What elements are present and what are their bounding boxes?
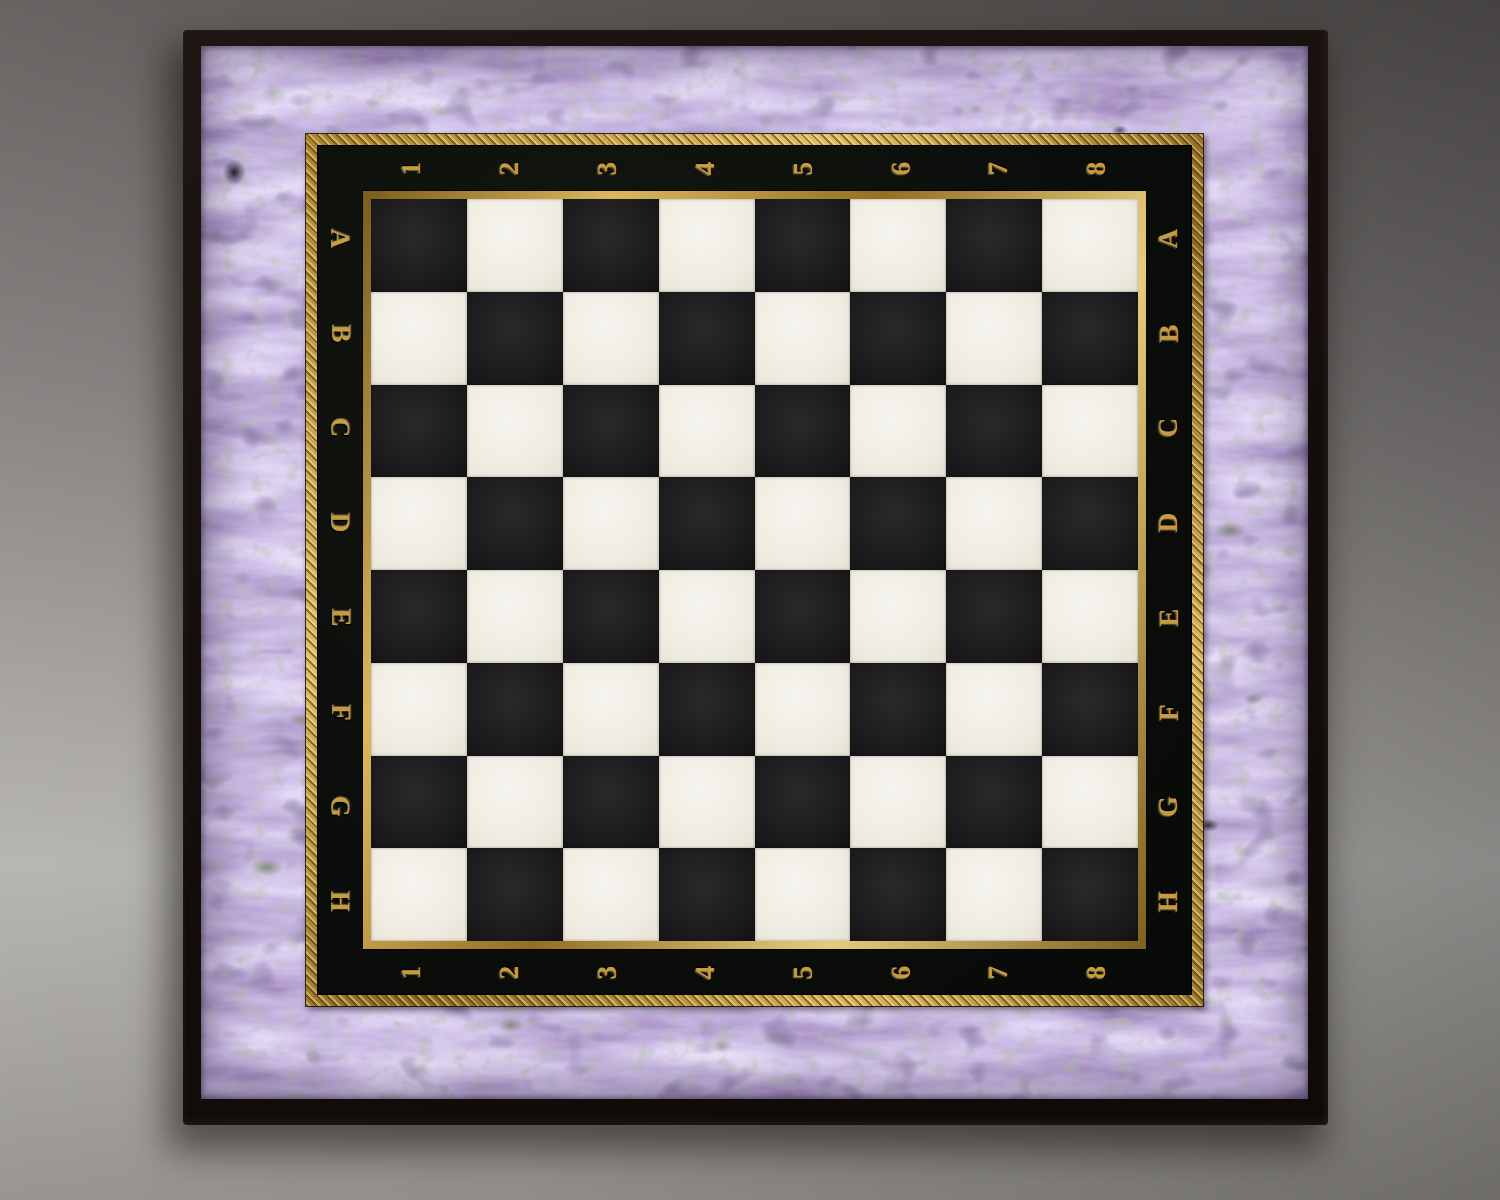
gold-bead-trim: 1 2 3 4 5 6 7 8 1 2 3 4 5 6 7	[306, 134, 1203, 1006]
square-G5	[755, 756, 851, 849]
coord-label-left-e: E	[317, 570, 363, 665]
coord-label-top-8: 8	[1048, 145, 1146, 191]
square-F5	[755, 663, 851, 756]
square-F2	[467, 663, 563, 756]
square-H8	[1042, 848, 1138, 941]
square-D5	[755, 477, 851, 570]
coord-label-left-h: H	[317, 854, 363, 949]
square-E5	[755, 570, 851, 663]
square-C4	[659, 385, 755, 478]
coord-label-left-f: F	[317, 665, 363, 760]
square-B7	[946, 292, 1042, 385]
coordinate-grid: 1 2 3 4 5 6 7 8 1 2 3 4 5 6 7	[317, 145, 1192, 995]
coord-label-bottom-7: 7	[950, 949, 1048, 995]
square-H7	[946, 848, 1042, 941]
square-A3	[563, 199, 659, 292]
charoite-frame: 1 2 3 4 5 6 7 8 1 2 3 4 5 6 7	[201, 46, 1308, 1099]
coord-label-bottom-6: 6	[852, 949, 950, 995]
coord-label-bottom-2: 2	[461, 949, 559, 995]
square-H6	[850, 848, 946, 941]
square-A5	[755, 199, 851, 292]
square-A6	[850, 199, 946, 292]
square-H1	[371, 848, 467, 941]
coordinate-border: 1 2 3 4 5 6 7 8 1 2 3 4 5 6 7	[317, 145, 1192, 995]
square-C2	[467, 385, 563, 478]
square-D2	[467, 477, 563, 570]
coord-label-bottom-4: 4	[657, 949, 755, 995]
coord-label-left-c: C	[317, 381, 363, 476]
square-A4	[659, 199, 755, 292]
square-D1	[371, 477, 467, 570]
coord-label-right-h: H	[1146, 854, 1192, 949]
square-A8	[1042, 199, 1138, 292]
coord-label-top-7: 7	[950, 145, 1048, 191]
square-G7	[946, 756, 1042, 849]
square-F7	[946, 663, 1042, 756]
square-B2	[467, 292, 563, 385]
checkerboard	[371, 199, 1138, 941]
square-F8	[1042, 663, 1138, 756]
square-F6	[850, 663, 946, 756]
coord-label-bottom-1: 1	[363, 949, 461, 995]
square-F1	[371, 663, 467, 756]
coord-label-bottom-3: 3	[559, 949, 657, 995]
coord-label-bottom-8: 8	[1048, 949, 1146, 995]
square-E2	[467, 570, 563, 663]
square-F3	[563, 663, 659, 756]
square-C5	[755, 385, 851, 478]
square-B3	[563, 292, 659, 385]
square-D8	[1042, 477, 1138, 570]
square-E6	[850, 570, 946, 663]
square-H2	[467, 848, 563, 941]
coord-label-top-5: 5	[755, 145, 853, 191]
board-slab: 1 2 3 4 5 6 7 8 1 2 3 4 5 6 7	[183, 30, 1328, 1125]
square-G3	[563, 756, 659, 849]
square-G2	[467, 756, 563, 849]
square-C6	[850, 385, 946, 478]
coord-label-right-a: A	[1146, 191, 1192, 286]
square-D3	[563, 477, 659, 570]
square-C3	[563, 385, 659, 478]
coord-label-top-2: 2	[461, 145, 559, 191]
square-G8	[1042, 756, 1138, 849]
square-B8	[1042, 292, 1138, 385]
coord-label-left-g: G	[317, 760, 363, 855]
coord-label-right-e: E	[1146, 570, 1192, 665]
photo-background: 1 2 3 4 5 6 7 8 1 2 3 4 5 6 7	[0, 0, 1500, 1200]
playing-field	[363, 191, 1146, 949]
square-A2	[467, 199, 563, 292]
square-C1	[371, 385, 467, 478]
square-G6	[850, 756, 946, 849]
square-H4	[659, 848, 755, 941]
square-E3	[563, 570, 659, 663]
coord-label-right-b: B	[1146, 286, 1192, 381]
square-C7	[946, 385, 1042, 478]
square-E8	[1042, 570, 1138, 663]
coord-label-left-b: B	[317, 286, 363, 381]
square-B4	[659, 292, 755, 385]
coord-label-bottom-5: 5	[755, 949, 853, 995]
square-E7	[946, 570, 1042, 663]
coord-label-right-f: F	[1146, 665, 1192, 760]
square-A7	[946, 199, 1042, 292]
square-B5	[755, 292, 851, 385]
coord-label-left-a: A	[317, 191, 363, 286]
coord-label-top-4: 4	[657, 145, 755, 191]
coord-label-right-g: G	[1146, 760, 1192, 855]
square-H5	[755, 848, 851, 941]
square-D7	[946, 477, 1042, 570]
square-D4	[659, 477, 755, 570]
coord-label-top-6: 6	[852, 145, 950, 191]
coord-label-left-d: D	[317, 475, 363, 570]
coord-label-right-c: C	[1146, 381, 1192, 476]
square-G1	[371, 756, 467, 849]
square-H3	[563, 848, 659, 941]
square-D6	[850, 477, 946, 570]
coord-label-top-1: 1	[363, 145, 461, 191]
square-E1	[371, 570, 467, 663]
square-C8	[1042, 385, 1138, 478]
coord-label-right-d: D	[1146, 475, 1192, 570]
coord-label-top-3: 3	[559, 145, 657, 191]
square-A1	[371, 199, 467, 292]
square-B6	[850, 292, 946, 385]
square-E4	[659, 570, 755, 663]
square-G4	[659, 756, 755, 849]
square-F4	[659, 663, 755, 756]
square-B1	[371, 292, 467, 385]
